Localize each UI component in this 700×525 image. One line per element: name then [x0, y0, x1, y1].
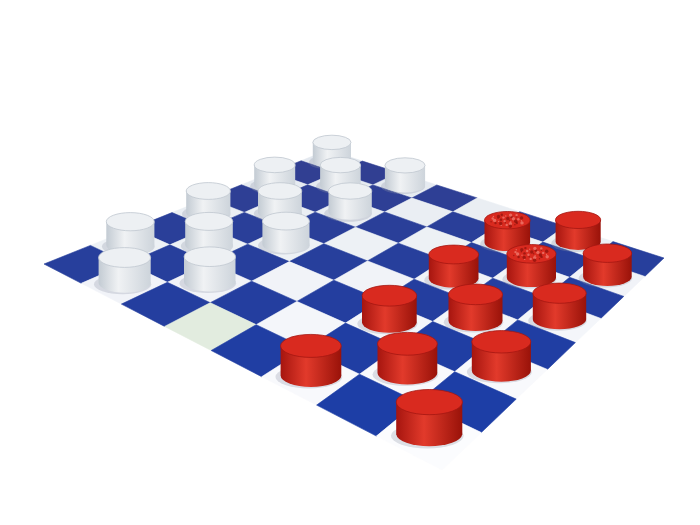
- glitter-dot: [494, 222, 496, 224]
- glitter-dot: [541, 250, 542, 251]
- glitter-dot: [506, 224, 508, 226]
- piece-top: [429, 245, 479, 264]
- glitter-dot: [516, 222, 518, 224]
- checker-piece-red[interactable]: [391, 390, 464, 449]
- piece-top: [185, 212, 233, 230]
- glitter-dot: [517, 218, 519, 220]
- checkers-board: [0, 0, 700, 525]
- glitter-dot: [501, 225, 502, 226]
- glitter-dot: [521, 255, 522, 256]
- glitter-dot: [533, 253, 534, 254]
- glitter-dot: [515, 214, 517, 216]
- checker-piece-white[interactable]: [94, 248, 151, 295]
- piece-top: [449, 284, 503, 305]
- piece-top: [320, 157, 361, 172]
- glitter-dot: [490, 221, 491, 222]
- checker-piece-red[interactable]: [357, 285, 417, 334]
- piece-top: [485, 212, 531, 229]
- glitter-dot: [500, 219, 502, 221]
- piece-top: [385, 158, 425, 173]
- glitter-dot: [542, 252, 544, 254]
- glitter-dot: [498, 221, 499, 222]
- glitter-dot: [540, 256, 542, 258]
- glitter-dot: [540, 247, 542, 249]
- glitter-dot: [546, 255, 549, 258]
- glitter-dot: [517, 256, 519, 258]
- scene: [0, 0, 700, 525]
- glitter-dot: [527, 254, 529, 256]
- glitter-dot: [502, 216, 504, 218]
- piece-top: [556, 211, 601, 228]
- piece-top: [533, 283, 586, 303]
- piece-top: [106, 213, 154, 231]
- glitter-dot: [499, 222, 502, 225]
- piece-top: [184, 247, 235, 267]
- glitter-dot: [523, 256, 526, 259]
- checker-piece-red[interactable]: [467, 331, 532, 384]
- glitter-dot: [520, 216, 523, 219]
- glitter-dot: [503, 220, 505, 222]
- glitter-dot: [509, 225, 512, 228]
- glitter-dot: [526, 250, 528, 252]
- piece-top: [396, 390, 462, 415]
- glitter-dot: [533, 259, 536, 262]
- glitter-dot: [506, 217, 509, 220]
- piece-top: [99, 248, 151, 268]
- piece-top: [254, 157, 295, 173]
- piece-top: [362, 285, 417, 306]
- piece-top: [262, 212, 309, 230]
- piece-top: [472, 331, 531, 353]
- glitter-dot: [493, 216, 494, 217]
- glitter-dot: [514, 251, 516, 253]
- piece-top: [186, 183, 230, 200]
- glitter-dot: [529, 256, 530, 257]
- glitter-dot: [501, 214, 503, 216]
- piece-top: [313, 135, 351, 149]
- piece-top: [328, 183, 371, 199]
- glitter-dot: [524, 247, 526, 249]
- glitter-dot: [546, 254, 547, 255]
- glitter-dot: [509, 220, 510, 221]
- glitter-dot: [539, 258, 540, 259]
- piece-top: [583, 244, 632, 262]
- checker-piece-white[interactable]: [180, 247, 237, 293]
- piece-top: [258, 183, 302, 200]
- glitter-dot: [533, 247, 536, 250]
- checker-piece-red[interactable]: [424, 245, 479, 290]
- glitter-dot: [523, 252, 525, 254]
- glitter-dot: [505, 215, 506, 216]
- glitter-dot: [497, 215, 500, 218]
- checker-piece-white[interactable]: [324, 183, 372, 222]
- piece-top: [378, 332, 438, 355]
- glitter-dot: [520, 221, 523, 224]
- glitter-dot: [530, 258, 532, 260]
- checker-piece-red[interactable]: [373, 332, 439, 386]
- piece-top: [281, 334, 342, 357]
- glitter-dot: [514, 224, 515, 225]
- glitter-dot: [530, 250, 533, 253]
- checker-piece-red[interactable]: [528, 283, 587, 331]
- checker-piece-red[interactable]: [276, 334, 343, 388]
- glitter-dot: [516, 249, 517, 250]
- checker-piece-red[interactable]: [502, 245, 556, 289]
- glitter-dot: [513, 255, 514, 256]
- checker-piece-red[interactable]: [579, 244, 633, 287]
- glitter-dot: [545, 250, 548, 253]
- glitter-dot: [509, 213, 512, 216]
- glitter-dot: [520, 248, 523, 251]
- glitter-dot: [516, 216, 517, 217]
- checker-piece-white[interactable]: [381, 158, 425, 194]
- piece-top: [507, 245, 556, 264]
- glitter-dot: [529, 249, 530, 250]
- glitter-dot: [505, 222, 506, 223]
- glitter-dot: [492, 217, 494, 219]
- checker-piece-red[interactable]: [444, 284, 503, 332]
- checker-piece-white[interactable]: [258, 212, 310, 254]
- glitter-dot: [524, 259, 525, 260]
